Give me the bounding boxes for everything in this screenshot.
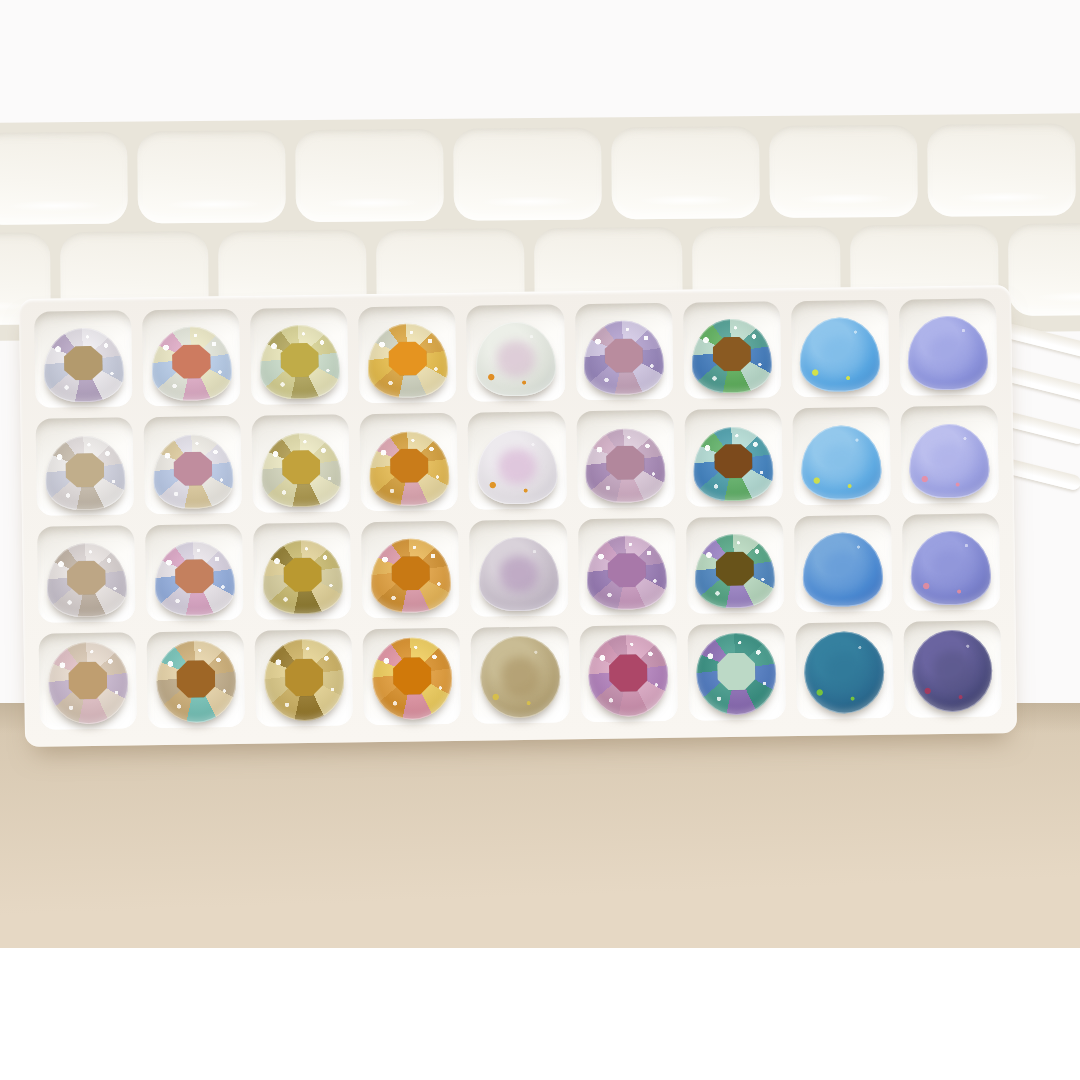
tray-cell bbox=[363, 628, 461, 726]
gem-rose-pink bbox=[588, 634, 669, 717]
tray-cell bbox=[253, 522, 351, 620]
gem-sky-blue-opal bbox=[801, 424, 882, 499]
gem-champagne-peach-ab bbox=[47, 641, 128, 724]
gem-orange-topaz-ab bbox=[370, 538, 451, 613]
gem-sand-opal bbox=[480, 635, 561, 718]
tray-cell bbox=[252, 415, 350, 513]
bump-tile bbox=[769, 125, 918, 218]
gem-rose-water-opal bbox=[477, 429, 558, 504]
gem-crystal-ab-peach bbox=[151, 326, 232, 401]
tray-cell bbox=[39, 632, 137, 730]
tray-cell bbox=[579, 625, 677, 723]
tray-cell bbox=[900, 406, 998, 504]
gem-teal-ab-amber-core bbox=[693, 426, 774, 501]
bump-tile bbox=[1008, 223, 1080, 316]
tray-cell bbox=[684, 409, 782, 507]
gem-lavender-rose bbox=[586, 535, 667, 610]
tray-cell bbox=[791, 300, 889, 398]
tray-cell bbox=[142, 309, 240, 407]
tray-cell bbox=[902, 513, 1000, 611]
tray-cell bbox=[361, 520, 459, 618]
tray-cell bbox=[792, 407, 890, 505]
gem-champagne-clear bbox=[46, 542, 127, 617]
bump-tile bbox=[611, 126, 760, 219]
gem-paradise-shine bbox=[696, 632, 777, 715]
gem-crystal-silver-champagne bbox=[43, 328, 124, 403]
bump-tile bbox=[927, 123, 1076, 216]
tray-cell bbox=[903, 620, 1001, 718]
gem-medium-blue-opal bbox=[803, 532, 884, 607]
tray-cell bbox=[468, 412, 566, 510]
gem-light-amethyst bbox=[583, 320, 664, 395]
bump-row bbox=[0, 123, 1080, 225]
gem-amber-ab bbox=[367, 323, 448, 398]
gem-amber-ab-deep bbox=[369, 430, 450, 505]
tray-cell bbox=[36, 418, 134, 516]
gem-white-opal bbox=[475, 322, 556, 397]
tray-cell bbox=[147, 631, 245, 729]
photo-rhinestone-tray bbox=[0, 0, 1080, 1080]
tray-cell bbox=[794, 514, 892, 612]
bump-tile bbox=[295, 129, 444, 222]
gem-orange-ab bbox=[372, 637, 453, 720]
tray-cell bbox=[34, 310, 132, 408]
tray-cell bbox=[358, 306, 456, 404]
gem-gray-lavender-opal bbox=[478, 536, 559, 611]
bump-tile bbox=[137, 130, 286, 223]
tray-cell bbox=[469, 519, 567, 617]
gem-clear-champagne bbox=[44, 435, 125, 510]
tray-cell bbox=[686, 516, 784, 614]
bump-tile bbox=[0, 132, 128, 225]
tray-cell bbox=[466, 304, 564, 402]
tray-grid bbox=[19, 285, 1017, 747]
gem-green-ab-olive-core bbox=[694, 533, 775, 608]
tray-cell bbox=[683, 301, 781, 399]
gem-crystal-ab-rose bbox=[152, 433, 233, 508]
tray-cell bbox=[575, 303, 673, 401]
gem-tray bbox=[19, 285, 1017, 747]
gem-lavender-opal bbox=[909, 423, 990, 498]
gem-dark-indigo-opal bbox=[912, 629, 993, 712]
tray-cell bbox=[360, 413, 458, 511]
bump-tile bbox=[453, 128, 602, 221]
tray-cell bbox=[576, 410, 674, 508]
tray-cell bbox=[471, 626, 569, 724]
gem-light-gold bbox=[263, 638, 344, 721]
tray-cell bbox=[37, 525, 135, 623]
gem-periwinkle-opal bbox=[908, 316, 989, 391]
tray-cell bbox=[795, 622, 893, 720]
tray-cell bbox=[145, 523, 243, 621]
gem-golden-yellow bbox=[262, 539, 343, 614]
gem-dark-teal-opal bbox=[804, 631, 885, 714]
gem-periwinkle-violet-opal bbox=[911, 530, 992, 605]
background-bottom-strip bbox=[0, 948, 1080, 1080]
gem-golden-shadow bbox=[155, 640, 236, 723]
gem-crystal-ab-copper bbox=[154, 541, 235, 616]
tray-cell bbox=[144, 416, 242, 514]
tray-cell bbox=[578, 517, 676, 615]
gem-jonquil bbox=[259, 325, 340, 400]
tray-cell bbox=[250, 307, 348, 405]
gem-caribbean-blue-opal bbox=[800, 317, 881, 392]
tray-cell bbox=[899, 298, 997, 396]
gem-pale-yellow-gold bbox=[261, 432, 342, 507]
tray-cell bbox=[255, 629, 353, 727]
gem-light-mauve bbox=[585, 427, 666, 502]
gem-erinite-shimmer-ab bbox=[691, 319, 772, 394]
tray-cell bbox=[687, 623, 785, 721]
